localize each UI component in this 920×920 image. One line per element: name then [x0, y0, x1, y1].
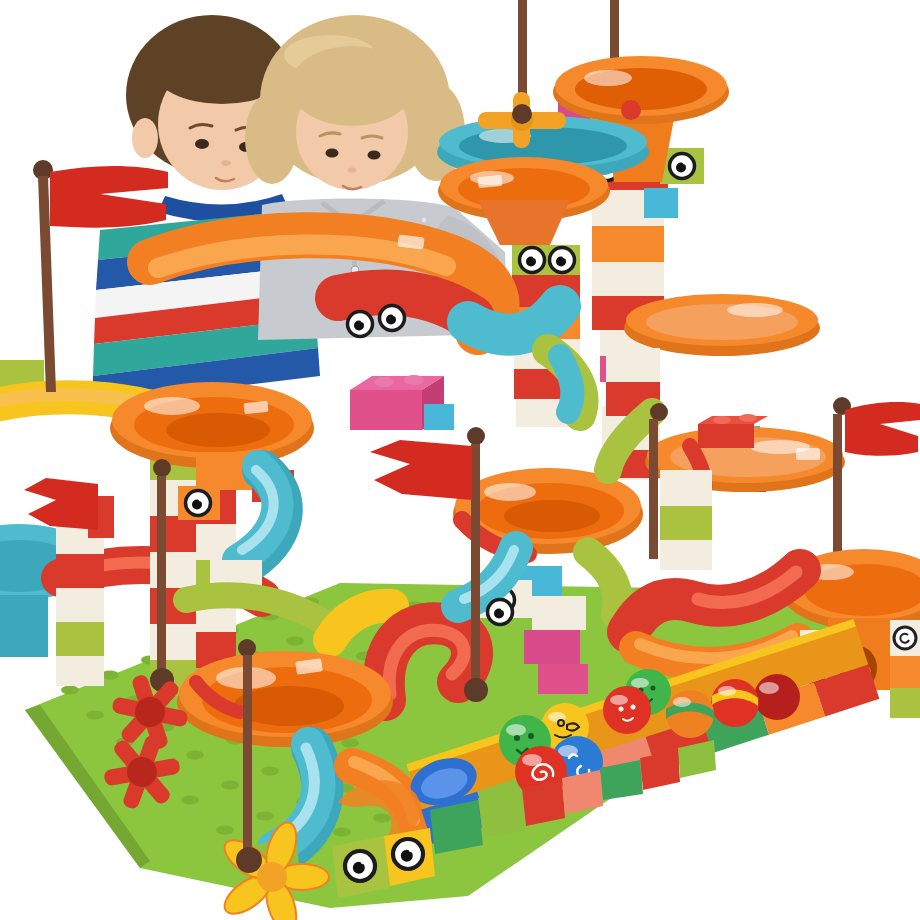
pole-knob: [512, 104, 532, 124]
red-flag: [24, 478, 98, 530]
eye-decal: [345, 851, 375, 881]
flag-pole: [243, 655, 252, 860]
girl-hair-curl: [245, 92, 299, 184]
eye-decal: [393, 839, 423, 869]
eye-decal: [380, 306, 405, 331]
flag-pole: [833, 414, 842, 554]
red-flag: [845, 402, 920, 456]
flag-pole: [157, 476, 166, 678]
pole-knob: [650, 403, 668, 421]
orange-dish-bottom-left: [177, 651, 393, 747]
front-block: [478, 790, 526, 838]
red-flag: [370, 440, 472, 500]
flag-pole: [649, 419, 658, 559]
product-photo: [0, 0, 920, 920]
ball-maroon: [754, 674, 800, 720]
front-block: [522, 780, 565, 826]
boy-ear: [132, 118, 158, 158]
funnel-red-notch: [621, 100, 641, 120]
girl-fringe: [290, 46, 414, 126]
blue-slide-center: [458, 548, 516, 625]
pole-knob: [467, 427, 485, 445]
swirl-decal: [894, 627, 916, 649]
girl-nose: [348, 168, 357, 173]
red-flag: [50, 166, 168, 228]
pole-knob: [238, 639, 256, 657]
eye-decal: [348, 312, 373, 337]
ball-orange-green: [666, 690, 714, 738]
eye-decal: [186, 491, 211, 516]
flag-pole-top-right: [610, 0, 619, 58]
oval-track-right-mid: [645, 414, 845, 570]
eye-decal: [670, 154, 695, 179]
girl-eye: [368, 151, 381, 160]
girl-eye: [326, 149, 339, 158]
pole-joint: [464, 678, 488, 702]
pink-brick: [350, 375, 454, 430]
dish-cone: [478, 200, 570, 245]
eye-decal: [520, 248, 545, 273]
sky-curve: [560, 356, 572, 412]
boy-nose: [221, 160, 231, 166]
eye-decal: [550, 248, 575, 273]
marble-run-scene: [0, 0, 920, 920]
flag-pole: [471, 444, 480, 688]
flag-right: [833, 397, 920, 554]
striped-tower-left: [56, 520, 104, 686]
boy-eye: [195, 139, 209, 149]
pole-knob: [153, 459, 171, 477]
red-brick: [698, 424, 754, 448]
eye-decal: [488, 600, 513, 625]
ball-red-face: [603, 686, 651, 734]
pole-joint: [236, 847, 262, 873]
ball-red-yellow: [711, 679, 759, 727]
